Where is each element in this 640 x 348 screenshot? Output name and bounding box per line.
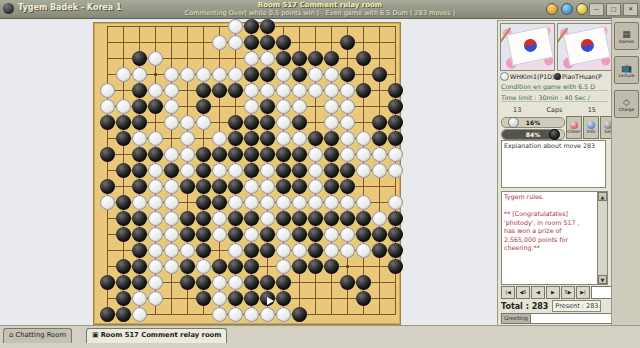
last-move-marker <box>267 297 274 305</box>
white-stone <box>340 227 355 242</box>
black-stone <box>340 35 355 50</box>
nav-button-4[interactable]: 5▶ <box>561 286 575 299</box>
white-stone <box>292 243 307 258</box>
black-stone <box>132 243 147 258</box>
black-stone <box>388 227 403 242</box>
white-stone <box>356 163 371 178</box>
black-stone <box>132 179 147 194</box>
white-stone <box>340 147 355 162</box>
go-board[interactable] <box>93 22 401 325</box>
white-stone <box>148 83 163 98</box>
globe-icon[interactable] <box>561 3 573 15</box>
white-stone <box>340 195 355 210</box>
time-limit-line: Time limit : 30min : 40 Sec / <box>501 94 608 102</box>
white-stone <box>164 83 179 98</box>
black-stone <box>228 131 243 146</box>
white-stone <box>148 179 163 194</box>
side-toolbar: ▦Games📺Lecture◇Charge <box>611 18 640 325</box>
black-stone <box>324 131 339 146</box>
chat-messages: Tygem rules. ** [Congratulatates] 'photo… <box>504 193 597 283</box>
white-stone <box>100 83 115 98</box>
black-stone <box>196 275 211 290</box>
lecture-button[interactable]: 📺Lecture <box>614 56 639 84</box>
white-stone <box>132 195 147 210</box>
white-stone <box>356 195 371 210</box>
greeting-row: Greeting <box>501 313 607 324</box>
black-stone <box>340 163 355 178</box>
game-info-panel: WHKim1(P1D) PiaoTHuan(P Condition en gam… <box>497 20 612 328</box>
white-stone <box>356 243 371 258</box>
black-stone <box>116 163 131 178</box>
white-stone <box>212 307 227 322</box>
black-stone <box>116 195 131 210</box>
white-stone <box>116 67 131 82</box>
black-stone <box>116 131 131 146</box>
black-stone <box>356 83 371 98</box>
scroll-down-button[interactable]: ▼ <box>598 275 607 284</box>
white-stone <box>180 115 195 130</box>
black-stone <box>148 147 163 162</box>
black-stone <box>116 291 131 306</box>
black-player-avatar <box>557 23 612 71</box>
black-stone <box>260 35 275 50</box>
black-stone <box>244 275 259 290</box>
black-stone <box>100 275 115 290</box>
white-stone <box>276 131 291 146</box>
black-stone <box>276 275 291 290</box>
black-stone <box>324 51 339 66</box>
star-point <box>154 73 157 76</box>
tygem-client-window: Tygem Badek - Korea 1 Room 517 Comment r… <box>0 0 640 348</box>
white-stone <box>292 99 307 114</box>
go-board-grid[interactable] <box>107 26 396 315</box>
white-stone <box>164 179 179 194</box>
black-stone <box>388 83 403 98</box>
white-stone <box>260 179 275 194</box>
white-stone <box>212 131 227 146</box>
chat-scrollbar[interactable]: ▲ ▼ <box>597 192 607 284</box>
black-stone <box>292 211 307 226</box>
captures-label: Caps <box>546 106 562 114</box>
black-stone <box>180 211 195 226</box>
black-stone <box>244 211 259 226</box>
present-move: Present : 283 <box>552 300 601 312</box>
player-avatars <box>500 23 612 71</box>
black-stone <box>228 227 243 242</box>
black-stone <box>196 211 211 226</box>
black-stone <box>212 259 227 274</box>
black-stone <box>212 179 227 194</box>
black-stone <box>276 179 291 194</box>
white-stone <box>164 195 179 210</box>
black-time-percent: 84% <box>502 131 564 138</box>
nav-button-2[interactable]: ◀ <box>531 286 545 299</box>
white-stone <box>148 211 163 226</box>
black-stone <box>132 227 147 242</box>
white-stone <box>388 163 403 178</box>
black-stone <box>196 83 211 98</box>
black-stone <box>148 99 163 114</box>
white-captures: 13 <box>513 106 521 114</box>
tab-chatting-room[interactable]: ⌂Chatting Room <box>3 328 72 343</box>
white-stone <box>228 195 243 210</box>
white-stone <box>180 243 195 258</box>
white-stone <box>212 275 227 290</box>
white-stone <box>324 243 339 258</box>
black-stone <box>340 67 355 82</box>
white-stone <box>148 163 163 178</box>
black-time-bar[interactable]: 84% <box>501 129 565 140</box>
white-stone <box>372 147 387 162</box>
black-stone <box>356 291 371 306</box>
black-stone <box>308 211 323 226</box>
nav-button-3[interactable]: ▶ <box>546 286 560 299</box>
white-stone <box>180 163 195 178</box>
cheer-icon <box>570 121 578 129</box>
black-stone <box>100 115 115 130</box>
panel-action-buttons: CheerInfoSet <box>566 116 616 139</box>
lecture-icon: 📺 <box>621 63 632 73</box>
info-icon <box>587 121 595 129</box>
nav-button-5[interactable]: ▶| <box>576 286 590 299</box>
white-stone <box>324 115 339 130</box>
white-stone <box>340 99 355 114</box>
white-stone <box>164 115 179 130</box>
black-stone-icon <box>554 73 561 80</box>
black-stone <box>244 67 259 82</box>
black-stone <box>356 275 371 290</box>
black-stone <box>276 291 291 306</box>
tab-room-517[interactable]: ▣Room 517 Comment relay room <box>86 328 227 343</box>
black-stone <box>196 179 211 194</box>
white-time-bar[interactable]: 16% <box>501 117 565 128</box>
black-stone <box>372 243 387 258</box>
white-stone <box>324 67 339 82</box>
white-stone <box>340 83 355 98</box>
black-stone <box>388 99 403 114</box>
black-stone <box>244 35 259 50</box>
white-stone <box>244 195 259 210</box>
white-stone <box>148 259 163 274</box>
white-stone <box>324 227 339 242</box>
black-stone <box>180 179 195 194</box>
white-player-name-row: WHKim1(P1D) <box>500 72 554 81</box>
white-stone <box>164 147 179 162</box>
move-explanation-text: Explanation about move 283 <box>504 142 595 149</box>
black-stone <box>292 163 307 178</box>
black-stone <box>212 195 227 210</box>
black-stone <box>196 163 211 178</box>
black-stone <box>292 259 307 274</box>
white-stone <box>212 35 227 50</box>
black-stone <box>244 259 259 274</box>
black-stone <box>100 147 115 162</box>
black-stone <box>340 275 355 290</box>
white-stone <box>260 307 275 322</box>
black-stone <box>276 51 291 66</box>
white-stone <box>196 115 211 130</box>
white-stone <box>116 99 131 114</box>
white-stone <box>308 163 323 178</box>
black-stone <box>228 147 243 162</box>
white-stone <box>212 67 227 82</box>
black-stone <box>180 227 195 242</box>
white-stone <box>260 51 275 66</box>
white-stone <box>132 131 147 146</box>
window-buttons: — □ ✕ <box>589 3 638 16</box>
white-stone <box>260 195 275 210</box>
black-stone <box>276 211 291 226</box>
black-stone <box>196 291 211 306</box>
black-stone <box>308 131 323 146</box>
black-stone <box>244 291 259 306</box>
black-stone <box>132 83 147 98</box>
title-bar: Tygem Badek - Korea 1 Room 517 Comment r… <box>0 0 640 19</box>
black-stone <box>132 163 147 178</box>
white-stone <box>260 211 275 226</box>
white-stone <box>228 67 243 82</box>
charge-button[interactable]: ◇Charge <box>614 90 639 118</box>
black-stone <box>244 131 259 146</box>
nav-button-0[interactable]: |◀ <box>501 286 515 299</box>
white-stone <box>356 147 371 162</box>
black-stone <box>116 211 131 226</box>
white-stone <box>276 243 291 258</box>
white-time-percent: 16% <box>502 119 564 126</box>
white-stone <box>244 99 259 114</box>
black-stone <box>244 147 259 162</box>
black-player-name: PiaoTHuan(P <box>562 73 602 80</box>
bottom-tab-bar: ⌂Chatting Room ▣Room 517 Comment relay r… <box>0 325 640 348</box>
pencil-icon[interactable] <box>546 3 558 15</box>
minimize-button[interactable]: — <box>589 3 604 16</box>
white-stone <box>180 131 195 146</box>
black-stone <box>308 227 323 242</box>
white-stone <box>228 275 243 290</box>
black-stone <box>276 147 291 162</box>
black-stone <box>212 147 227 162</box>
white-stone <box>388 147 403 162</box>
black-stone <box>228 211 243 226</box>
black-stone <box>116 307 131 322</box>
white-stone <box>196 67 211 82</box>
white-stone <box>372 211 387 226</box>
white-stone <box>132 67 147 82</box>
black-stone <box>372 227 387 242</box>
black-stone <box>292 147 307 162</box>
black-stone <box>292 51 307 66</box>
white-stone <box>164 243 179 258</box>
charge-icon: ◇ <box>623 97 630 107</box>
black-stone <box>340 179 355 194</box>
white-stone <box>276 115 291 130</box>
maximize-button[interactable]: □ <box>606 3 621 16</box>
black-stone <box>212 83 227 98</box>
white-stone <box>196 259 211 274</box>
white-stone <box>388 195 403 210</box>
white-stone <box>324 195 339 210</box>
black-stone <box>196 147 211 162</box>
black-stone <box>132 211 147 226</box>
black-stone <box>260 243 275 258</box>
black-stone <box>180 275 195 290</box>
white-player-avatar <box>500 23 555 71</box>
black-stone <box>116 275 131 290</box>
black-stone <box>372 131 387 146</box>
black-stone <box>324 211 339 226</box>
white-stone <box>180 147 195 162</box>
black-stone <box>100 307 115 322</box>
games-button[interactable]: ▦Games <box>614 22 639 50</box>
black-stone <box>260 291 275 306</box>
white-stone <box>340 243 355 258</box>
white-stone <box>276 307 291 322</box>
white-stone <box>148 51 163 66</box>
black-stone <box>196 195 211 210</box>
white-stone <box>244 51 259 66</box>
black-stone <box>116 259 131 274</box>
black-stone <box>308 243 323 258</box>
white-stone <box>324 99 339 114</box>
black-stone <box>388 115 403 130</box>
white-stone <box>276 195 291 210</box>
black-stone <box>228 179 243 194</box>
white-stone <box>228 19 243 34</box>
white-stone <box>308 147 323 162</box>
black-stone <box>228 259 243 274</box>
home-icon: ⌂ <box>9 331 13 339</box>
black-stone <box>292 307 307 322</box>
condition-line: Condition en game with 6.5 D <box>501 83 608 91</box>
black-stone <box>340 211 355 226</box>
white-stone <box>148 131 163 146</box>
black-stone <box>356 51 371 66</box>
black-stone <box>180 259 195 274</box>
black-stone <box>324 179 339 194</box>
black-stone <box>260 19 275 34</box>
white-stone <box>276 83 291 98</box>
room-title: Room 517 Comment relay room <box>0 1 640 9</box>
black-stone <box>196 227 211 242</box>
black-stone <box>228 83 243 98</box>
black-stone <box>308 51 323 66</box>
white-stone <box>308 83 323 98</box>
black-stone <box>308 259 323 274</box>
room-icon: ▣ <box>92 331 99 339</box>
black-stone <box>292 67 307 82</box>
white-stone <box>164 99 179 114</box>
black-stone <box>228 291 243 306</box>
scroll-up-button[interactable]: ▲ <box>598 192 607 201</box>
white-stone <box>148 243 163 258</box>
black-stone <box>244 115 259 130</box>
black-stone <box>244 19 259 34</box>
help-icon[interactable] <box>576 3 588 15</box>
white-stone <box>308 195 323 210</box>
white-stone <box>228 35 243 50</box>
black-stone <box>260 275 275 290</box>
black-stone <box>116 115 131 130</box>
white-stone <box>244 227 259 242</box>
room-result-subtitle: Commenting Over( white 0.5 points win ) … <box>0 9 640 17</box>
white-stone <box>228 243 243 258</box>
black-stone <box>260 99 275 114</box>
white-stone <box>244 179 259 194</box>
player-names: WHKim1(P1D) PiaoTHuan(P <box>500 72 609 81</box>
white-stone <box>356 131 371 146</box>
black-stone <box>356 211 371 226</box>
black-stone <box>132 259 147 274</box>
white-stone <box>260 163 275 178</box>
white-stone <box>228 163 243 178</box>
white-stone <box>212 163 227 178</box>
black-stone <box>196 99 211 114</box>
cheer-button[interactable]: Cheer <box>566 116 582 139</box>
white-stone <box>340 115 355 130</box>
white-stone <box>212 211 227 226</box>
white-stone <box>244 83 259 98</box>
white-stone <box>244 307 259 322</box>
black-stone <box>116 227 131 242</box>
black-stone <box>244 163 259 178</box>
black-stone <box>260 131 275 146</box>
black-stone <box>132 115 147 130</box>
black-stone <box>388 243 403 258</box>
games-icon: ▦ <box>622 29 631 39</box>
close-button[interactable]: ✕ <box>623 3 638 16</box>
white-stone <box>148 227 163 242</box>
white-stone <box>292 131 307 146</box>
white-stone <box>132 307 147 322</box>
white-player-name: WHKim1(P1D) <box>510 73 554 80</box>
chat-box[interactable]: Tygem rules. ** [Congratulatates] 'photo… <box>501 191 608 285</box>
black-player-name-row: PiaoTHuan(P <box>554 72 608 81</box>
white-stone <box>292 195 307 210</box>
black-stone <box>132 51 147 66</box>
white-stone <box>276 99 291 114</box>
white-stone <box>100 99 115 114</box>
white-stone <box>212 291 227 306</box>
black-stone <box>132 99 147 114</box>
white-stone <box>276 259 291 274</box>
black-stone <box>260 115 275 130</box>
nav-button-1[interactable]: ◀5 <box>516 286 530 299</box>
white-stone <box>324 83 339 98</box>
total-moves: Total : 283 <box>501 302 548 311</box>
black-stone <box>292 179 307 194</box>
white-stone <box>148 195 163 210</box>
info-button[interactable]: Info <box>583 116 599 139</box>
move-explanation-box[interactable]: Explanation about move 283 <box>501 140 606 188</box>
white-stone <box>340 131 355 146</box>
black-stone <box>324 147 339 162</box>
black-stone <box>100 179 115 194</box>
black-stone <box>276 35 291 50</box>
greeting-label: Greeting <box>501 313 531 324</box>
black-stone <box>244 243 259 258</box>
black-captures: 15 <box>588 106 596 114</box>
black-stone <box>324 259 339 274</box>
white-stone <box>164 259 179 274</box>
black-stone <box>292 115 307 130</box>
titlebar-tool-icons <box>546 3 588 15</box>
black-stone <box>260 67 275 82</box>
black-stone <box>372 115 387 130</box>
captures-row: 13 Caps 15 <box>501 106 608 114</box>
black-stone <box>292 227 307 242</box>
black-stone <box>372 67 387 82</box>
white-stone <box>180 67 195 82</box>
